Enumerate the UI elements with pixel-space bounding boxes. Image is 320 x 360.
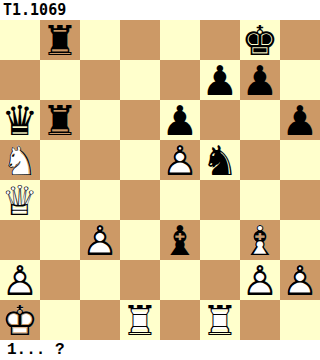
square-f4[interactable] <box>200 180 240 220</box>
black-rook-piece[interactable]: ♜ <box>40 100 80 140</box>
square-a2[interactable]: ♟♙ <box>0 260 40 300</box>
black-pawn-piece[interactable]: ♟ <box>240 60 280 100</box>
piece-outline-glyph: ♙ <box>0 262 40 300</box>
square-a8[interactable] <box>0 20 40 60</box>
piece-glyph: ♟ <box>160 102 200 140</box>
piece-fill-glyph: ♟ <box>280 262 320 300</box>
piece-glyph: ♞ <box>200 142 240 180</box>
square-b8[interactable]: ♜ <box>40 20 80 60</box>
square-g1[interactable] <box>240 300 280 340</box>
black-pawn-piece[interactable]: ♟ <box>200 60 240 100</box>
black-pawn-piece[interactable]: ♟ <box>280 100 320 140</box>
square-d5[interactable] <box>120 140 160 180</box>
square-a6[interactable]: ♛ <box>0 100 40 140</box>
square-d2[interactable] <box>120 260 160 300</box>
white-rook-piece[interactable]: ♜♖ <box>200 300 240 340</box>
piece-glyph: ♜ <box>40 102 80 140</box>
square-f8[interactable] <box>200 20 240 60</box>
white-queen-piece[interactable]: ♛♕ <box>0 180 40 220</box>
piece-outline-glyph: ♗ <box>240 222 280 260</box>
square-h3[interactable] <box>280 220 320 260</box>
move-prompt: 1... ? <box>0 340 320 360</box>
piece-fill-glyph: ♝ <box>240 222 280 260</box>
piece-outline-glyph: ♖ <box>120 302 160 340</box>
piece-glyph: ♝ <box>160 222 200 260</box>
square-h4[interactable] <box>280 180 320 220</box>
piece-outline-glyph: ♙ <box>160 142 200 180</box>
square-e4[interactable] <box>160 180 200 220</box>
piece-fill-glyph: ♟ <box>240 262 280 300</box>
square-g2[interactable]: ♟♙ <box>240 260 280 300</box>
piece-glyph: ♟ <box>280 102 320 140</box>
piece-glyph: ♟ <box>200 62 240 100</box>
square-c7[interactable] <box>80 60 120 100</box>
square-f3[interactable] <box>200 220 240 260</box>
piece-outline-glyph: ♔ <box>0 302 40 340</box>
square-d6[interactable] <box>120 100 160 140</box>
square-e2[interactable] <box>160 260 200 300</box>
square-c3[interactable]: ♟♙ <box>80 220 120 260</box>
square-d8[interactable] <box>120 20 160 60</box>
square-b6[interactable]: ♜ <box>40 100 80 140</box>
black-knight-piece[interactable]: ♞ <box>200 140 240 180</box>
square-h1[interactable] <box>280 300 320 340</box>
piece-fill-glyph: ♛ <box>0 182 40 220</box>
square-e5[interactable]: ♟♙ <box>160 140 200 180</box>
black-king-piece[interactable]: ♚ <box>240 20 280 60</box>
black-queen-piece[interactable]: ♛ <box>0 100 40 140</box>
square-b7[interactable] <box>40 60 80 100</box>
square-f2[interactable] <box>200 260 240 300</box>
piece-fill-glyph: ♜ <box>120 302 160 340</box>
white-bishop-piece[interactable]: ♝♗ <box>240 220 280 260</box>
square-f6[interactable] <box>200 100 240 140</box>
square-c6[interactable] <box>80 100 120 140</box>
black-pawn-piece[interactable]: ♟ <box>160 100 200 140</box>
piece-fill-glyph: ♚ <box>0 302 40 340</box>
black-rook-piece[interactable]: ♜ <box>40 20 80 60</box>
white-knight-piece[interactable]: ♞♘ <box>0 140 40 180</box>
square-g3[interactable]: ♝♗ <box>240 220 280 260</box>
square-d7[interactable] <box>120 60 160 100</box>
square-h8[interactable] <box>280 20 320 60</box>
piece-fill-glyph: ♟ <box>0 262 40 300</box>
piece-glyph: ♚ <box>240 22 280 60</box>
square-d4[interactable] <box>120 180 160 220</box>
square-c4[interactable] <box>80 180 120 220</box>
chess-puzzle-app: T1.1069 ♜♚♟♟♛♜♟♟♞♘♟♙♞♛♕♟♙♝♝♗♟♙♟♙♟♙♚♔♜♖♜♖… <box>0 0 320 360</box>
square-e6[interactable]: ♟ <box>160 100 200 140</box>
white-pawn-piece[interactable]: ♟♙ <box>80 220 120 260</box>
piece-glyph: ♛ <box>0 102 40 140</box>
square-a1[interactable]: ♚♔ <box>0 300 40 340</box>
square-h2[interactable]: ♟♙ <box>280 260 320 300</box>
square-e1[interactable] <box>160 300 200 340</box>
white-pawn-piece[interactable]: ♟♙ <box>160 140 200 180</box>
square-c2[interactable] <box>80 260 120 300</box>
square-h7[interactable] <box>280 60 320 100</box>
square-a4[interactable]: ♛♕ <box>0 180 40 220</box>
chess-board: ♜♚♟♟♛♜♟♟♞♘♟♙♞♛♕♟♙♝♝♗♟♙♟♙♟♙♚♔♜♖♜♖ <box>0 20 320 340</box>
square-a3[interactable] <box>0 220 40 260</box>
square-b5[interactable] <box>40 140 80 180</box>
square-g8[interactable]: ♚ <box>240 20 280 60</box>
white-king-piece[interactable]: ♚♔ <box>0 300 40 340</box>
piece-glyph: ♟ <box>240 62 280 100</box>
square-f5[interactable]: ♞ <box>200 140 240 180</box>
square-a5[interactable]: ♞♘ <box>0 140 40 180</box>
square-b1[interactable] <box>40 300 80 340</box>
square-f1[interactable]: ♜♖ <box>200 300 240 340</box>
white-pawn-piece[interactable]: ♟♙ <box>240 260 280 300</box>
square-g4[interactable] <box>240 180 280 220</box>
piece-glyph: ♜ <box>40 22 80 60</box>
black-bishop-piece[interactable]: ♝ <box>160 220 200 260</box>
white-rook-piece[interactable]: ♜♖ <box>120 300 160 340</box>
piece-fill-glyph: ♜ <box>200 302 240 340</box>
piece-outline-glyph: ♙ <box>80 222 120 260</box>
square-g7[interactable]: ♟ <box>240 60 280 100</box>
square-d3[interactable] <box>120 220 160 260</box>
square-e7[interactable] <box>160 60 200 100</box>
piece-outline-glyph: ♕ <box>0 182 40 220</box>
square-h6[interactable]: ♟ <box>280 100 320 140</box>
square-b4[interactable] <box>40 180 80 220</box>
piece-fill-glyph: ♟ <box>80 222 120 260</box>
square-f7[interactable]: ♟ <box>200 60 240 100</box>
piece-outline-glyph: ♙ <box>240 262 280 300</box>
piece-outline-glyph: ♖ <box>200 302 240 340</box>
piece-outline-glyph: ♘ <box>0 142 40 180</box>
square-b3[interactable] <box>40 220 80 260</box>
square-g6[interactable] <box>240 100 280 140</box>
square-d1[interactable]: ♜♖ <box>120 300 160 340</box>
square-b2[interactable] <box>40 260 80 300</box>
piece-fill-glyph: ♟ <box>160 142 200 180</box>
square-e8[interactable] <box>160 20 200 60</box>
piece-outline-glyph: ♙ <box>280 262 320 300</box>
square-c1[interactable] <box>80 300 120 340</box>
square-c8[interactable] <box>80 20 120 60</box>
puzzle-title: T1.1069 <box>0 0 320 20</box>
square-e3[interactable]: ♝ <box>160 220 200 260</box>
white-pawn-piece[interactable]: ♟♙ <box>0 260 40 300</box>
white-pawn-piece[interactable]: ♟♙ <box>280 260 320 300</box>
square-g5[interactable] <box>240 140 280 180</box>
piece-fill-glyph: ♞ <box>0 142 40 180</box>
square-a7[interactable] <box>0 60 40 100</box>
square-h5[interactable] <box>280 140 320 180</box>
square-c5[interactable] <box>80 140 120 180</box>
